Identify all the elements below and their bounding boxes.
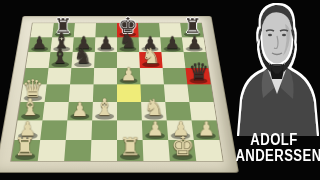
knight-glyph: ♞	[142, 46, 161, 67]
board-frame: ♜♚♜♟♝♟♟♞♟♟♟♝♞♞♟♛♛♝♟♝♞♟♟♟♟♜♜♚	[0, 16, 239, 173]
chess-board-3d: ♜♚♜♟♝♟♟♞♟♟♟♝♞♞♟♛♛♝♟♝♞♟♟♟♟♜♜♚	[23, 16, 212, 180]
player-panel: ADOLF ANDERSSEN	[228, 0, 320, 180]
piece-white-bishop-d3[interactable]: ♝	[92, 102, 117, 121]
screenshot-root: ♜♚♜♟♝♟♟♞♟♟♟♝♞♞♟♛♛♝♟♝♞♟♟♟♟♜♜♚	[0, 0, 320, 180]
piece-black-pawn-h7[interactable]: ♟	[182, 37, 206, 52]
piece-black-pawn-g7[interactable]: ♟	[160, 37, 183, 52]
piece-white-pawn-f2[interactable]: ♟	[142, 120, 168, 140]
piece-black-pawn-a7[interactable]: ♟	[28, 37, 52, 52]
piece-white-pawn-e5[interactable]: ♟	[117, 68, 140, 85]
piece-white-rook-a1[interactable]: ♜	[11, 140, 40, 161]
pawn-glyph: ♟	[98, 34, 113, 51]
rook-glyph: ♜	[14, 135, 36, 159]
pawn-glyph: ♟	[187, 34, 202, 51]
piece-white-pawn-h2[interactable]: ♟	[192, 120, 220, 140]
player-last-name: ANDERSSEN	[235, 148, 312, 164]
piece-black-knight-c6[interactable]: ♞	[71, 52, 94, 68]
piece-white-rook-e1[interactable]: ♜	[117, 140, 143, 161]
pawn-glyph: ♟	[71, 100, 88, 119]
piece-black-pawn-d7[interactable]: ♟	[95, 37, 117, 52]
piece-black-queen-h5[interactable]: ♛	[185, 68, 210, 85]
pawn-glyph: ♟	[198, 119, 216, 139]
pawn-glyph: ♟	[147, 119, 165, 139]
player-first-name: ADOLF	[235, 132, 312, 148]
knight-glyph: ♞	[73, 46, 92, 67]
piece-white-pawn-c3[interactable]: ♟	[67, 102, 93, 121]
pawn-glyph: ♟	[165, 34, 180, 51]
knight-glyph: ♞	[119, 31, 137, 51]
player-name: ADOLF ANDERSSEN	[227, 132, 320, 164]
piece-white-king-g1[interactable]: ♚	[168, 140, 196, 161]
piece-black-knight-e7[interactable]: ♞	[117, 37, 139, 52]
board-scene: ♜♚♜♟♝♟♟♞♟♟♟♝♞♞♟♛♛♝♟♝♞♟♟♟♟♜♜♚	[23, 16, 212, 180]
pawn-glyph: ♟	[32, 34, 47, 51]
bishop-glyph: ♝	[94, 96, 115, 119]
king-glyph: ♚	[171, 133, 195, 159]
knight-glyph: ♞	[144, 96, 165, 119]
portrait-adolf-anderssen	[233, 0, 320, 136]
queen-glyph: ♛	[188, 60, 209, 83]
rook-glyph: ♜	[119, 135, 141, 159]
pawn-glyph: ♟	[121, 65, 137, 83]
bishop-glyph: ♝	[20, 96, 41, 119]
piece-white-knight-f6[interactable]: ♞	[139, 52, 162, 68]
bishop-glyph: ♝	[51, 46, 70, 67]
board-pieces: ♜♚♜♟♝♟♟♞♟♟♟♝♞♞♟♛♛♝♟♝♞♟♟♟♟♜♜♚	[11, 23, 222, 161]
piece-black-bishop-b6[interactable]: ♝	[49, 52, 73, 68]
board-tilt: ♜♚♜♟♝♟♟♞♟♟♟♝♞♞♟♛♛♝♟♝♞♟♟♟♟♜♜♚	[0, 16, 239, 173]
